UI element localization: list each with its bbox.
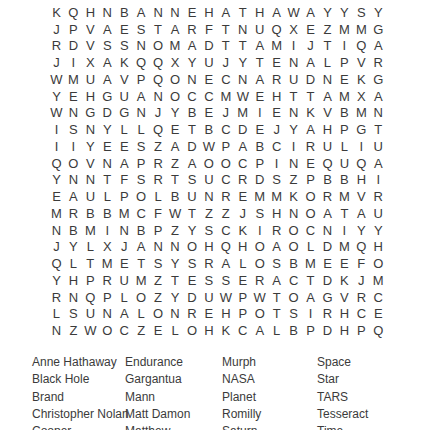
cell-r3-c14[interactable]: M bbox=[268, 38, 285, 55]
cell-r3-c13[interactable]: A bbox=[251, 38, 268, 55]
cell-r17-c10[interactable]: S bbox=[200, 272, 217, 289]
cell-r6-c14[interactable]: H bbox=[268, 88, 285, 105]
cell-r2-c20[interactable]: G bbox=[370, 21, 387, 38]
cell-r14-c2[interactable]: B bbox=[65, 222, 82, 239]
cell-r17-c15[interactable]: C bbox=[285, 272, 302, 289]
cell-r4-c20[interactable]: R bbox=[370, 54, 387, 71]
cell-r12-c16[interactable]: O bbox=[302, 188, 319, 205]
cell-r2-c4[interactable]: A bbox=[99, 21, 116, 38]
cell-r10-c5[interactable]: A bbox=[116, 155, 133, 172]
cell-r18-c2[interactable]: N bbox=[65, 289, 82, 306]
cell-r8-c17[interactable]: H bbox=[319, 121, 336, 138]
cell-r1-c18[interactable]: Y bbox=[336, 4, 353, 21]
cell-r9-c18[interactable]: L bbox=[336, 138, 353, 155]
cell-r1-c2[interactable]: Q bbox=[65, 4, 82, 21]
cell-r19-c5[interactable]: A bbox=[116, 306, 133, 323]
cell-r19-c12[interactable]: P bbox=[234, 306, 251, 323]
cell-r11-c17[interactable]: B bbox=[319, 172, 336, 189]
cell-r1-c5[interactable]: B bbox=[116, 4, 133, 21]
cell-r9-c16[interactable]: R bbox=[302, 138, 319, 155]
cell-r6-c15[interactable]: T bbox=[285, 88, 302, 105]
cell-r20-c16[interactable]: P bbox=[302, 322, 319, 339]
cell-r13-c2[interactable]: R bbox=[65, 205, 82, 222]
cell-r16-c2[interactable]: L bbox=[65, 255, 82, 272]
cell-r19-c18[interactable]: H bbox=[336, 306, 353, 323]
cell-r7-c5[interactable]: G bbox=[116, 105, 133, 122]
cell-r20-c7[interactable]: E bbox=[150, 322, 167, 339]
cell-r20-c10[interactable]: H bbox=[200, 322, 217, 339]
cell-r13-c14[interactable]: H bbox=[268, 205, 285, 222]
cell-r6-c20[interactable]: A bbox=[370, 88, 387, 105]
cell-r11-c9[interactable]: S bbox=[184, 172, 201, 189]
cell-r8-c16[interactable]: A bbox=[302, 121, 319, 138]
cell-r12-c20[interactable]: R bbox=[370, 188, 387, 205]
cell-r4-c2[interactable]: I bbox=[65, 54, 82, 71]
cell-r14-c4[interactable]: I bbox=[99, 222, 116, 239]
cell-r4-c5[interactable]: K bbox=[116, 54, 133, 71]
cell-r19-c8[interactable]: N bbox=[167, 306, 184, 323]
cell-r16-c8[interactable]: Y bbox=[167, 255, 184, 272]
cell-r5-c16[interactable]: D bbox=[302, 71, 319, 88]
cell-r16-c14[interactable]: S bbox=[268, 255, 285, 272]
cell-r4-c17[interactable]: L bbox=[319, 54, 336, 71]
cell-r1-c8[interactable]: N bbox=[167, 4, 184, 21]
cell-r11-c2[interactable]: N bbox=[65, 172, 82, 189]
cell-r11-c14[interactable]: S bbox=[268, 172, 285, 189]
cell-r11-c3[interactable]: N bbox=[82, 172, 99, 189]
cell-r4-c12[interactable]: Y bbox=[234, 54, 251, 71]
cell-r7-c12[interactable]: M bbox=[234, 105, 251, 122]
cell-r14-c10[interactable]: S bbox=[200, 222, 217, 239]
cell-r19-c7[interactable]: O bbox=[150, 306, 167, 323]
cell-r16-c18[interactable]: E bbox=[336, 255, 353, 272]
cell-r2-c1[interactable]: J bbox=[48, 21, 65, 38]
cell-r11-c18[interactable]: B bbox=[336, 172, 353, 189]
cell-r3-c2[interactable]: D bbox=[65, 38, 82, 55]
cell-r3-c9[interactable]: A bbox=[184, 38, 201, 55]
cell-r15-c17[interactable]: D bbox=[319, 239, 336, 256]
cell-r16-c10[interactable]: R bbox=[200, 255, 217, 272]
cell-r7-c9[interactable]: B bbox=[184, 105, 201, 122]
cell-r13-c7[interactable]: F bbox=[150, 205, 167, 222]
cell-r6-c18[interactable]: M bbox=[336, 88, 353, 105]
cell-r9-c3[interactable]: Y bbox=[82, 138, 99, 155]
cell-r14-c7[interactable]: P bbox=[150, 222, 167, 239]
cell-r8-c3[interactable]: N bbox=[82, 121, 99, 138]
cell-r15-c13[interactable]: O bbox=[251, 239, 268, 256]
cell-r2-c6[interactable]: S bbox=[133, 21, 150, 38]
cell-r10-c12[interactable]: C bbox=[234, 155, 251, 172]
cell-r1-c6[interactable]: A bbox=[133, 4, 150, 21]
cell-r13-c9[interactable]: T bbox=[184, 205, 201, 222]
cell-r4-c19[interactable]: V bbox=[353, 54, 370, 71]
cell-r17-c3[interactable]: P bbox=[82, 272, 99, 289]
cell-r10-c20[interactable]: A bbox=[370, 155, 387, 172]
cell-r20-c13[interactable]: A bbox=[251, 322, 268, 339]
cell-r16-c4[interactable]: M bbox=[99, 255, 116, 272]
cell-r11-c12[interactable]: R bbox=[234, 172, 251, 189]
cell-r13-c5[interactable]: M bbox=[116, 205, 133, 222]
cell-r5-c7[interactable]: Q bbox=[150, 71, 167, 88]
cell-r17-c18[interactable]: K bbox=[336, 272, 353, 289]
cell-r15-c9[interactable]: O bbox=[184, 239, 201, 256]
cell-r5-c5[interactable]: V bbox=[116, 71, 133, 88]
cell-r20-c15[interactable]: B bbox=[285, 322, 302, 339]
cell-r2-c15[interactable]: X bbox=[285, 21, 302, 38]
cell-r2-c13[interactable]: U bbox=[251, 21, 268, 38]
cell-r12-c18[interactable]: M bbox=[336, 188, 353, 205]
cell-r5-c1[interactable]: W bbox=[48, 71, 65, 88]
cell-r15-c6[interactable]: A bbox=[133, 239, 150, 256]
cell-r14-c8[interactable]: Z bbox=[167, 222, 184, 239]
cell-r12-c12[interactable]: E bbox=[234, 188, 251, 205]
cell-r12-c19[interactable]: V bbox=[353, 188, 370, 205]
cell-r1-c16[interactable]: A bbox=[302, 4, 319, 21]
cell-r4-c10[interactable]: U bbox=[200, 54, 217, 71]
cell-r10-c10[interactable]: O bbox=[200, 155, 217, 172]
cell-r9-c14[interactable]: C bbox=[268, 138, 285, 155]
cell-r14-c13[interactable]: I bbox=[251, 222, 268, 239]
cell-r8-c20[interactable]: T bbox=[370, 121, 387, 138]
cell-r18-c16[interactable]: A bbox=[302, 289, 319, 306]
cell-r12-c4[interactable]: L bbox=[99, 188, 116, 205]
cell-r5-c4[interactable]: A bbox=[99, 71, 116, 88]
cell-r12-c13[interactable]: M bbox=[251, 188, 268, 205]
cell-r1-c1[interactable]: K bbox=[48, 4, 65, 21]
cell-r6-c13[interactable]: E bbox=[251, 88, 268, 105]
cell-r19-c11[interactable]: H bbox=[217, 306, 234, 323]
cell-r1-c10[interactable]: H bbox=[200, 4, 217, 21]
cell-r12-c17[interactable]: R bbox=[319, 188, 336, 205]
cell-r7-c4[interactable]: D bbox=[99, 105, 116, 122]
cell-r20-c11[interactable]: K bbox=[217, 322, 234, 339]
cell-r2-c3[interactable]: V bbox=[82, 21, 99, 38]
cell-r18-c7[interactable]: Z bbox=[150, 289, 167, 306]
cell-r12-c7[interactable]: L bbox=[150, 188, 167, 205]
cell-r20-c6[interactable]: Z bbox=[133, 322, 150, 339]
cell-r14-c18[interactable]: I bbox=[336, 222, 353, 239]
cell-r4-c8[interactable]: X bbox=[167, 54, 184, 71]
cell-r11-c5[interactable]: F bbox=[116, 172, 133, 189]
cell-r9-c11[interactable]: P bbox=[217, 138, 234, 155]
cell-r13-c8[interactable]: W bbox=[167, 205, 184, 222]
cell-r17-c12[interactable]: E bbox=[234, 272, 251, 289]
cell-r11-c8[interactable]: T bbox=[167, 172, 184, 189]
cell-r1-c20[interactable]: Y bbox=[370, 4, 387, 21]
cell-r1-c12[interactable]: T bbox=[234, 4, 251, 21]
cell-r3-c8[interactable]: M bbox=[167, 38, 184, 55]
cell-r6-c3[interactable]: H bbox=[82, 88, 99, 105]
cell-r5-c9[interactable]: N bbox=[184, 71, 201, 88]
cell-r18-c5[interactable]: L bbox=[116, 289, 133, 306]
cell-r18-c15[interactable]: O bbox=[285, 289, 302, 306]
cell-r13-c6[interactable]: C bbox=[133, 205, 150, 222]
cell-r6-c2[interactable]: E bbox=[65, 88, 82, 105]
cell-r14-c12[interactable]: K bbox=[234, 222, 251, 239]
cell-r14-c14[interactable]: R bbox=[268, 222, 285, 239]
cell-r5-c2[interactable]: M bbox=[65, 71, 82, 88]
cell-r14-c16[interactable]: C bbox=[302, 222, 319, 239]
cell-r13-c13[interactable]: S bbox=[251, 205, 268, 222]
cell-r12-c1[interactable]: E bbox=[48, 188, 65, 205]
cell-r3-c16[interactable]: J bbox=[302, 38, 319, 55]
cell-r19-c3[interactable]: U bbox=[82, 306, 99, 323]
cell-r2-c7[interactable]: T bbox=[150, 21, 167, 38]
cell-r7-c3[interactable]: G bbox=[82, 105, 99, 122]
cell-r17-c14[interactable]: A bbox=[268, 272, 285, 289]
cell-r3-c6[interactable]: N bbox=[133, 38, 150, 55]
cell-r10-c2[interactable]: O bbox=[65, 155, 82, 172]
cell-r15-c18[interactable]: M bbox=[336, 239, 353, 256]
cell-r20-c8[interactable]: L bbox=[167, 322, 184, 339]
cell-r5-c19[interactable]: K bbox=[353, 71, 370, 88]
cell-r4-c16[interactable]: A bbox=[302, 54, 319, 71]
cell-r10-c9[interactable]: A bbox=[184, 155, 201, 172]
cell-r3-c5[interactable]: S bbox=[116, 38, 133, 55]
cell-r1-c7[interactable]: N bbox=[150, 4, 167, 21]
cell-r8-c18[interactable]: P bbox=[336, 121, 353, 138]
cell-r4-c13[interactable]: T bbox=[251, 54, 268, 71]
cell-r6-c5[interactable]: U bbox=[116, 88, 133, 105]
cell-r7-c7[interactable]: J bbox=[150, 105, 167, 122]
cell-r1-c14[interactable]: A bbox=[268, 4, 285, 21]
cell-r3-c18[interactable]: I bbox=[336, 38, 353, 55]
cell-r19-c16[interactable]: I bbox=[302, 306, 319, 323]
cell-r12-c15[interactable]: K bbox=[285, 188, 302, 205]
cell-r15-c15[interactable]: O bbox=[285, 239, 302, 256]
cell-r18-c3[interactable]: Q bbox=[82, 289, 99, 306]
cell-r16-c16[interactable]: M bbox=[302, 255, 319, 272]
cell-r4-c7[interactable]: Q bbox=[150, 54, 167, 71]
cell-r8-c15[interactable]: Y bbox=[285, 121, 302, 138]
cell-r18-c9[interactable]: D bbox=[184, 289, 201, 306]
cell-r20-c12[interactable]: C bbox=[234, 322, 251, 339]
cell-r15-c20[interactable]: H bbox=[370, 239, 387, 256]
cell-r5-c11[interactable]: C bbox=[217, 71, 234, 88]
cell-r19-c6[interactable]: L bbox=[133, 306, 150, 323]
cell-r16-c13[interactable]: O bbox=[251, 255, 268, 272]
cell-r17-c6[interactable]: M bbox=[133, 272, 150, 289]
cell-r13-c18[interactable]: T bbox=[336, 205, 353, 222]
cell-r20-c19[interactable]: P bbox=[353, 322, 370, 339]
cell-r1-c3[interactable]: H bbox=[82, 4, 99, 21]
cell-r18-c10[interactable]: U bbox=[200, 289, 217, 306]
cell-r13-c3[interactable]: B bbox=[82, 205, 99, 222]
cell-r9-c9[interactable]: D bbox=[184, 138, 201, 155]
cell-r17-c17[interactable]: D bbox=[319, 272, 336, 289]
cell-r10-c4[interactable]: N bbox=[99, 155, 116, 172]
cell-r8-c4[interactable]: Y bbox=[99, 121, 116, 138]
cell-r15-c10[interactable]: H bbox=[200, 239, 217, 256]
cell-r4-c18[interactable]: P bbox=[336, 54, 353, 71]
cell-r9-c2[interactable]: I bbox=[65, 138, 82, 155]
cell-r5-c12[interactable]: N bbox=[234, 71, 251, 88]
cell-r10-c19[interactable]: Q bbox=[353, 155, 370, 172]
cell-r6-c6[interactable]: A bbox=[133, 88, 150, 105]
cell-r5-c17[interactable]: N bbox=[319, 71, 336, 88]
cell-r7-c11[interactable]: J bbox=[217, 105, 234, 122]
cell-r8-c1[interactable]: I bbox=[48, 121, 65, 138]
cell-r18-c19[interactable]: R bbox=[353, 289, 370, 306]
cell-r3-c3[interactable]: V bbox=[82, 38, 99, 55]
cell-r13-c19[interactable]: A bbox=[353, 205, 370, 222]
cell-r9-c20[interactable]: U bbox=[370, 138, 387, 155]
cell-r17-c20[interactable]: M bbox=[370, 272, 387, 289]
cell-r11-c6[interactable]: S bbox=[133, 172, 150, 189]
cell-r10-c18[interactable]: U bbox=[336, 155, 353, 172]
cell-r14-c20[interactable]: Y bbox=[370, 222, 387, 239]
cell-r5-c18[interactable]: E bbox=[336, 71, 353, 88]
cell-r20-c9[interactable]: O bbox=[184, 322, 201, 339]
cell-r12-c3[interactable]: U bbox=[82, 188, 99, 205]
cell-r20-c17[interactable]: D bbox=[319, 322, 336, 339]
cell-r4-c1[interactable]: J bbox=[48, 54, 65, 71]
cell-r7-c17[interactable]: V bbox=[319, 105, 336, 122]
cell-r8-c5[interactable]: L bbox=[116, 121, 133, 138]
cell-r3-c11[interactable]: T bbox=[217, 38, 234, 55]
cell-r13-c10[interactable]: Z bbox=[200, 205, 217, 222]
cell-r6-c10[interactable]: C bbox=[200, 88, 217, 105]
cell-r7-c15[interactable]: N bbox=[285, 105, 302, 122]
cell-r13-c15[interactable]: N bbox=[285, 205, 302, 222]
cell-r6-c19[interactable]: X bbox=[353, 88, 370, 105]
cell-r14-c1[interactable]: N bbox=[48, 222, 65, 239]
cell-r4-c14[interactable]: E bbox=[268, 54, 285, 71]
cell-r11-c11[interactable]: C bbox=[217, 172, 234, 189]
cell-r16-c3[interactable]: T bbox=[82, 255, 99, 272]
cell-r2-c16[interactable]: E bbox=[302, 21, 319, 38]
cell-r9-c17[interactable]: U bbox=[319, 138, 336, 155]
cell-r6-c17[interactable]: A bbox=[319, 88, 336, 105]
cell-r14-c11[interactable]: C bbox=[217, 222, 234, 239]
cell-r1-c15[interactable]: W bbox=[285, 4, 302, 21]
cell-r18-c18[interactable]: V bbox=[336, 289, 353, 306]
cell-r10-c17[interactable]: Q bbox=[319, 155, 336, 172]
cell-r20-c14[interactable]: L bbox=[268, 322, 285, 339]
cell-r20-c3[interactable]: W bbox=[82, 322, 99, 339]
cell-r9-c19[interactable]: I bbox=[353, 138, 370, 155]
cell-r10-c14[interactable]: I bbox=[268, 155, 285, 172]
cell-r7-c2[interactable]: N bbox=[65, 105, 82, 122]
cell-r9-c6[interactable]: S bbox=[133, 138, 150, 155]
cell-r15-c8[interactable]: N bbox=[167, 239, 184, 256]
cell-r14-c6[interactable]: B bbox=[133, 222, 150, 239]
cell-r17-c4[interactable]: R bbox=[99, 272, 116, 289]
cell-r5-c15[interactable]: U bbox=[285, 71, 302, 88]
cell-r7-c14[interactable]: E bbox=[268, 105, 285, 122]
cell-r9-c12[interactable]: A bbox=[234, 138, 251, 155]
cell-r20-c1[interactable]: N bbox=[48, 322, 65, 339]
cell-r12-c8[interactable]: B bbox=[167, 188, 184, 205]
cell-r20-c2[interactable]: Z bbox=[65, 322, 82, 339]
cell-r1-c11[interactable]: A bbox=[217, 4, 234, 21]
cell-r9-c1[interactable]: I bbox=[48, 138, 65, 155]
cell-r2-c2[interactable]: P bbox=[65, 21, 82, 38]
cell-r5-c20[interactable]: G bbox=[370, 71, 387, 88]
cell-r17-c9[interactable]: E bbox=[184, 272, 201, 289]
cell-r17-c19[interactable]: J bbox=[353, 272, 370, 289]
cell-r10-c8[interactable]: Z bbox=[167, 155, 184, 172]
cell-r4-c11[interactable]: J bbox=[217, 54, 234, 71]
cell-r8-c10[interactable]: B bbox=[200, 121, 217, 138]
cell-r6-c8[interactable]: O bbox=[167, 88, 184, 105]
cell-r14-c3[interactable]: M bbox=[82, 222, 99, 239]
cell-r7-c10[interactable]: E bbox=[200, 105, 217, 122]
cell-r6-c4[interactable]: G bbox=[99, 88, 116, 105]
cell-r13-c12[interactable]: J bbox=[234, 205, 251, 222]
cell-r9-c13[interactable]: B bbox=[251, 138, 268, 155]
cell-r19-c10[interactable]: E bbox=[200, 306, 217, 323]
cell-r9-c8[interactable]: A bbox=[167, 138, 184, 155]
cell-r4-c15[interactable]: N bbox=[285, 54, 302, 71]
cell-r4-c9[interactable]: Y bbox=[184, 54, 201, 71]
cell-r8-c2[interactable]: S bbox=[65, 121, 82, 138]
cell-r13-c20[interactable]: U bbox=[370, 205, 387, 222]
cell-r10-c15[interactable]: N bbox=[285, 155, 302, 172]
cell-r3-c19[interactable]: Q bbox=[353, 38, 370, 55]
cell-r11-c1[interactable]: Y bbox=[48, 172, 65, 189]
cell-r6-c7[interactable]: N bbox=[150, 88, 167, 105]
cell-r8-c19[interactable]: G bbox=[353, 121, 370, 138]
cell-r1-c9[interactable]: E bbox=[184, 4, 201, 21]
cell-r18-c12[interactable]: P bbox=[234, 289, 251, 306]
cell-r2-c9[interactable]: R bbox=[184, 21, 201, 38]
cell-r12-c10[interactable]: N bbox=[200, 188, 217, 205]
cell-r12-c11[interactable]: R bbox=[217, 188, 234, 205]
cell-r15-c11[interactable]: Q bbox=[217, 239, 234, 256]
cell-r17-c2[interactable]: H bbox=[65, 272, 82, 289]
cell-r2-c10[interactable]: F bbox=[200, 21, 217, 38]
cell-r19-c1[interactable]: L bbox=[48, 306, 65, 323]
cell-r13-c1[interactable]: M bbox=[48, 205, 65, 222]
cell-r19-c15[interactable]: S bbox=[285, 306, 302, 323]
cell-r1-c13[interactable]: H bbox=[251, 4, 268, 21]
cell-r2-c14[interactable]: Q bbox=[268, 21, 285, 38]
cell-r17-c16[interactable]: T bbox=[302, 272, 319, 289]
cell-r16-c5[interactable]: E bbox=[116, 255, 133, 272]
cell-r19-c14[interactable]: T bbox=[268, 306, 285, 323]
cell-r11-c13[interactable]: D bbox=[251, 172, 268, 189]
cell-r3-c10[interactable]: D bbox=[200, 38, 217, 55]
cell-r8-c6[interactable]: L bbox=[133, 121, 150, 138]
cell-r6-c16[interactable]: T bbox=[302, 88, 319, 105]
cell-r15-c12[interactable]: H bbox=[234, 239, 251, 256]
cell-r19-c9[interactable]: R bbox=[184, 306, 201, 323]
cell-r2-c12[interactable]: N bbox=[234, 21, 251, 38]
cell-r8-c8[interactable]: E bbox=[167, 121, 184, 138]
cell-r3-c1[interactable]: R bbox=[48, 38, 65, 55]
cell-r13-c4[interactable]: B bbox=[99, 205, 116, 222]
cell-r7-c18[interactable]: B bbox=[336, 105, 353, 122]
cell-r5-c14[interactable]: R bbox=[268, 71, 285, 88]
cell-r17-c5[interactable]: U bbox=[116, 272, 133, 289]
cell-r12-c2[interactable]: A bbox=[65, 188, 82, 205]
cell-r10-c11[interactable]: O bbox=[217, 155, 234, 172]
cell-r16-c7[interactable]: S bbox=[150, 255, 167, 272]
cell-r1-c17[interactable]: Y bbox=[319, 4, 336, 21]
cell-r18-c17[interactable]: G bbox=[319, 289, 336, 306]
cell-r20-c20[interactable]: Q bbox=[370, 322, 387, 339]
cell-r9-c4[interactable]: E bbox=[99, 138, 116, 155]
cell-r16-c17[interactable]: E bbox=[319, 255, 336, 272]
cell-r7-c20[interactable]: N bbox=[370, 105, 387, 122]
cell-r11-c7[interactable]: R bbox=[150, 172, 167, 189]
cell-r10-c7[interactable]: R bbox=[150, 155, 167, 172]
cell-r16-c12[interactable]: L bbox=[234, 255, 251, 272]
cell-r18-c1[interactable]: R bbox=[48, 289, 65, 306]
cell-r16-c9[interactable]: S bbox=[184, 255, 201, 272]
cell-r19-c13[interactable]: O bbox=[251, 306, 268, 323]
